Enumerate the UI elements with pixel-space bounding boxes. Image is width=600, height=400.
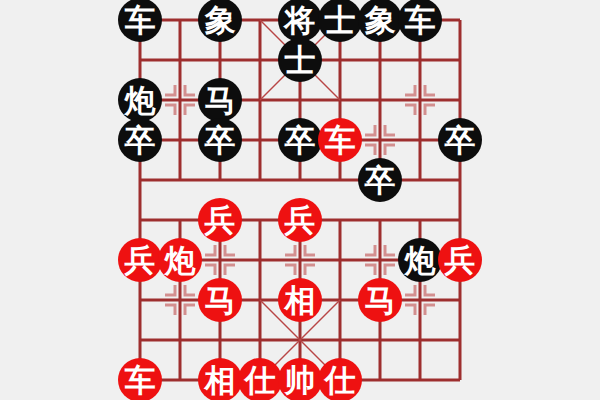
piece-red-horse[interactable]: 马: [198, 278, 242, 322]
piece-black-pawn[interactable]: 卒: [198, 118, 242, 162]
board-point: 炮: [400, 240, 440, 280]
piece-black-pawn[interactable]: 卒: [118, 118, 162, 162]
piece-black-chariot[interactable]: 车: [398, 0, 442, 42]
piece-black-advisor[interactable]: 士: [278, 38, 322, 82]
piece-black-chariot[interactable]: 车: [118, 0, 162, 42]
board-point: 象: [360, 0, 400, 40]
board-point: 士: [320, 0, 360, 40]
board-point: 仕: [320, 360, 360, 400]
board-point: 卒: [360, 160, 400, 200]
board-point: 将: [280, 0, 320, 40]
xiangqi-board: 车象将士象车士炮马卒卒卒车卒卒兵兵兵炮炮兵马相马车相仕帅仕: [0, 0, 600, 400]
piece-black-elephant[interactable]: 象: [358, 0, 402, 42]
board-point: 车: [120, 0, 160, 40]
piece-black-cannon[interactable]: 炮: [398, 238, 442, 282]
piece-black-elephant[interactable]: 象: [198, 0, 242, 42]
board-point: 卒: [280, 120, 320, 160]
board-point: 兵: [280, 200, 320, 240]
board-point: 仕: [240, 360, 280, 400]
board-point: 卒: [440, 120, 480, 160]
board-point: 马: [200, 280, 240, 320]
board-point: 帅: [280, 360, 320, 400]
board-point: 相: [280, 280, 320, 320]
piece-black-horse[interactable]: 马: [198, 78, 242, 122]
piece-black-cannon[interactable]: 炮: [118, 78, 162, 122]
board-point: 马: [360, 280, 400, 320]
board-point: 兵: [200, 200, 240, 240]
piece-red-pawn[interactable]: 兵: [198, 198, 242, 242]
piece-black-pawn[interactable]: 卒: [358, 158, 402, 202]
board-point: 士: [280, 40, 320, 80]
piece-red-chariot[interactable]: 车: [318, 118, 362, 162]
piece-red-chariot[interactable]: 车: [118, 358, 162, 400]
board-point: 车: [120, 360, 160, 400]
board-point: 炮: [120, 80, 160, 120]
board-point: 象: [200, 0, 240, 40]
board-point: 相: [200, 360, 240, 400]
piece-red-pawn[interactable]: 兵: [438, 238, 482, 282]
board-point: 车: [320, 120, 360, 160]
piece-red-advisor[interactable]: 仕: [318, 358, 362, 400]
board-point: 炮: [160, 240, 200, 280]
piece-red-elephant[interactable]: 相: [278, 278, 322, 322]
board-point: 车: [400, 0, 440, 40]
board-point: 卒: [200, 120, 240, 160]
piece-red-elephant[interactable]: 相: [198, 358, 242, 400]
board-point: 兵: [440, 240, 480, 280]
piece-black-pawn[interactable]: 卒: [278, 118, 322, 162]
piece-red-general[interactable]: 帅: [278, 358, 322, 400]
board-grid: 车象将士象车士炮马卒卒卒车卒卒兵兵兵炮炮兵马相马车相仕帅仕: [120, 0, 480, 400]
piece-red-cannon[interactable]: 炮: [158, 238, 202, 282]
piece-black-pawn[interactable]: 卒: [438, 118, 482, 162]
piece-black-general[interactable]: 将: [278, 0, 322, 42]
piece-black-advisor[interactable]: 士: [318, 0, 362, 42]
piece-red-pawn[interactable]: 兵: [118, 238, 162, 282]
board-point: 马: [200, 80, 240, 120]
board-point: 卒: [120, 120, 160, 160]
board-point: 兵: [120, 240, 160, 280]
piece-red-horse[interactable]: 马: [358, 278, 402, 322]
piece-red-pawn[interactable]: 兵: [278, 198, 322, 242]
piece-red-advisor[interactable]: 仕: [238, 358, 282, 400]
